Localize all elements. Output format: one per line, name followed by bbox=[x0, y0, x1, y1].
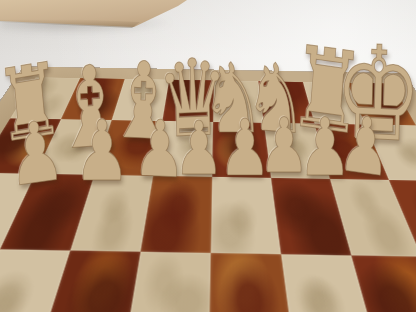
piece-white-pawn-pawn-7[interactable]: ♟ bbox=[298, 108, 352, 188]
piece-white-pawn-pawn-5[interactable]: ♟ bbox=[219, 109, 271, 187]
photo-scene: ♜♝♝♛♞♞♜♚♟♟♟♟♟♟♟♟ bbox=[0, 0, 416, 312]
piece-white-pawn-pawn-1[interactable]: ♟ bbox=[4, 107, 67, 198]
piece-white-pawn-pawn-2[interactable]: ♟ bbox=[74, 109, 130, 193]
piece-white-pawn-pawn-3[interactable]: ♟ bbox=[132, 108, 186, 188]
